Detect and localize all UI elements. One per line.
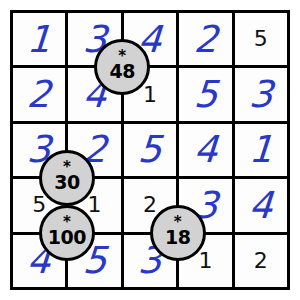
cell-r3c5[interactable]: 1 xyxy=(235,124,287,176)
cell-r2c1[interactable]: 2 xyxy=(13,68,65,120)
clue-product-value: 48 xyxy=(110,61,135,82)
handwritten-entry-digit: 2 xyxy=(26,76,52,113)
handwritten-entry-digit: 1 xyxy=(26,21,52,58)
handwritten-entry-digit: 1 xyxy=(248,131,274,168)
cell-r1c5[interactable]: 5 xyxy=(235,13,287,65)
clue-product-value: 18 xyxy=(165,227,190,248)
given-digit: 1 xyxy=(88,194,102,216)
puzzle-stage: 1342524153325415123445312 *48*30*100*18 xyxy=(0,0,300,300)
handwritten-entry-digit: 3 xyxy=(248,76,274,113)
product-clue-circle-18: *18 xyxy=(150,205,206,261)
given-digit: 1 xyxy=(198,250,212,272)
given-digit: 5 xyxy=(32,194,46,216)
cell-r2c4[interactable]: 5 xyxy=(179,68,231,120)
given-digit: 5 xyxy=(254,28,268,50)
cell-r2c5[interactable]: 3 xyxy=(235,68,287,120)
given-digit: 2 xyxy=(254,250,268,272)
product-clue-circle-48: *48 xyxy=(94,39,150,95)
handwritten-entry-digit: 4 xyxy=(248,187,274,224)
given-digit: 1 xyxy=(143,84,157,106)
handwritten-entry-digit: 2 xyxy=(192,21,218,58)
cell-r4c5[interactable]: 4 xyxy=(235,179,287,231)
product-clue-circle-30: *30 xyxy=(39,150,95,206)
cell-r1c1[interactable]: 1 xyxy=(13,13,65,65)
handwritten-entry-digit: 5 xyxy=(137,131,163,168)
clue-product-value: 100 xyxy=(48,227,86,248)
product-clue-circle-100: *100 xyxy=(39,205,95,261)
cell-r3c3[interactable]: 5 xyxy=(124,124,176,176)
cell-r3c4[interactable]: 4 xyxy=(179,124,231,176)
clue-product-value: 30 xyxy=(54,172,79,193)
handwritten-entry-digit: 4 xyxy=(192,131,218,168)
given-digit: 2 xyxy=(143,194,157,216)
handwritten-entry-digit: 5 xyxy=(192,76,218,113)
cell-r1c4[interactable]: 2 xyxy=(179,13,231,65)
cell-r5c5[interactable]: 2 xyxy=(235,235,287,287)
